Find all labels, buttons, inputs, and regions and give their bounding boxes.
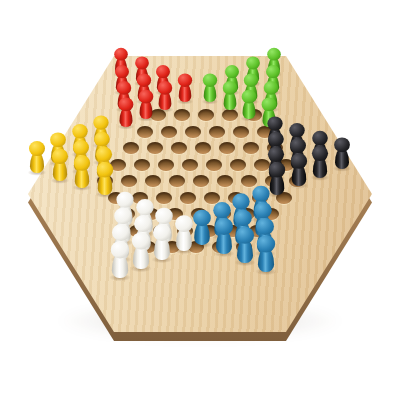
peg-head [290,138,306,153]
peg-head [203,73,217,86]
peg-head [117,81,131,95]
peg-head [261,98,276,112]
peg-yellow[interactable] [50,148,69,180]
peg-head [94,131,110,146]
peg-head [291,154,307,169]
peg-head [110,241,129,258]
peg-head [93,116,108,130]
peg-head [244,73,258,86]
peg-head [178,73,192,86]
peg-head [263,81,277,95]
peg-head [137,73,151,86]
peg-head [114,208,132,225]
peg-head [225,65,239,78]
peg-head [156,65,170,78]
peg-head [158,81,172,95]
peg-head [257,235,275,252]
peg-head [52,148,68,163]
peg-head [72,124,87,139]
peg-green[interactable] [221,81,238,110]
peg-head [268,146,284,161]
peg-white[interactable] [109,241,131,278]
peg-head [97,162,113,178]
peg-white[interactable] [130,232,152,269]
peg-red[interactable] [157,81,174,110]
peg-head [266,65,280,78]
peg-head [175,215,193,232]
peg-head [268,48,282,61]
peg-yellow[interactable] [28,141,47,173]
peg-yellow[interactable] [95,162,114,195]
peg-head [115,65,129,78]
peg-red[interactable] [117,98,134,128]
peg-head [193,210,211,227]
peg-black[interactable] [289,154,308,187]
peg-head [112,224,130,241]
peg-blue[interactable] [256,235,278,272]
peg-head [117,191,134,207]
peg-blue[interactable] [234,226,255,262]
pegs-layer [0,0,400,400]
peg-blue[interactable] [192,210,213,245]
peg-head [134,216,152,233]
peg-head [136,199,154,215]
peg-head [254,202,272,218]
peg-yellow[interactable] [73,155,92,188]
peg-red[interactable] [176,73,193,102]
peg-head [242,90,257,104]
peg-head [269,162,285,178]
peg-head [155,207,173,224]
peg-head [236,226,254,243]
peg-head [74,155,90,170]
peg-blue[interactable] [213,218,234,254]
peg-black[interactable] [311,146,330,178]
peg-white[interactable] [152,224,173,260]
peg-head [215,218,233,235]
peg-head [234,210,252,227]
peg-black[interactable] [333,138,352,170]
peg-head [153,224,171,241]
peg-head [246,57,260,70]
peg-white[interactable] [173,215,194,251]
peg-head [96,146,112,161]
peg-head [267,116,282,130]
peg-head [252,185,269,201]
peg-head [119,98,134,112]
peg-head [268,131,284,146]
peg-head [73,140,89,155]
peg-red[interactable] [137,90,154,119]
peg-head [223,81,237,95]
peg-head [290,123,305,138]
peg-head [114,48,128,61]
peg-head [256,218,274,235]
peg-green[interactable] [202,73,219,102]
peg-head [132,232,150,249]
peg-head [233,193,250,209]
peg-head [334,138,350,153]
peg-head [135,57,149,70]
peg-head [50,133,66,148]
peg-head [29,141,45,156]
peg-green[interactable] [241,90,258,119]
peg-head [213,202,231,218]
peg-head [312,130,328,145]
peg-head [138,90,153,104]
peg-head [312,146,328,161]
board-photo-scene [0,0,400,400]
